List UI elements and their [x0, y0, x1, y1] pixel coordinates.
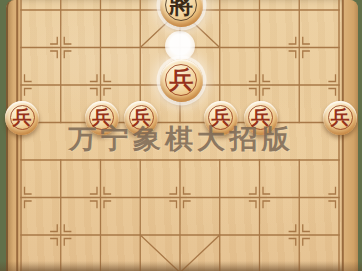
piece-character: 兵 — [169, 64, 193, 96]
xiangqi-board[interactable]: 將兵兵兵兵兵兵兵 万宁象棋大招版 — [0, 0, 362, 271]
last-move-origin-highlight[interactable] — [165, 31, 195, 61]
piece-red-soldier[interactable]: 兵 — [160, 59, 203, 102]
app-watermark: 万宁象棋大招版 — [0, 124, 362, 153]
piece-character: 將 — [169, 0, 193, 21]
